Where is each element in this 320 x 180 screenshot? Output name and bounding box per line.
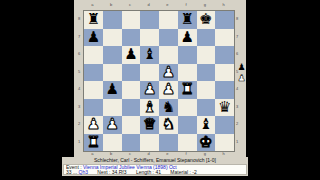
square-g4 [197,81,216,99]
square-e8 [159,11,178,29]
length-value: 41 [155,169,161,175]
square-c4 [122,81,141,99]
square-h6 [215,46,234,64]
black-bishop: ♝ [140,46,159,64]
white-pawn: ♟ [84,116,103,134]
square-d1 [140,134,159,152]
file-label-f: f [177,1,196,8]
square-b2: ♟ [103,116,122,134]
white-pawn: ♟ [140,81,159,99]
square-e4: ♟ [159,81,178,99]
square-g1: ♚ [197,134,216,152]
white-king: ♚ [197,134,216,152]
length-label: Length : [136,169,154,175]
black-pawn: ♟ [178,29,197,47]
square-c5 [122,64,141,82]
square-h4 [215,81,234,99]
video-frame: abcdefgh 87654321 ♜♜♚♟♟♟♝♟♟♟♟♜♝♞♛♟♟♛♞♝♜♚… [0,0,320,180]
square-c8 [122,11,141,29]
rank-label-6: 6 [234,45,240,63]
material-label: Material : [170,169,191,175]
white-bishop: ♝ [140,99,159,117]
move-dots: ... [73,169,77,175]
square-c6: ♟ [122,46,141,64]
square-e6 [159,46,178,64]
file-label-f: f [177,150,196,157]
square-a7: ♟ [84,29,103,47]
move-number: 33 [66,169,72,175]
white-pawn: ♟ [103,116,122,134]
black-pawn: ♟ [103,81,122,99]
square-d5 [140,64,159,82]
square-a1: ♜ [84,134,103,152]
square-b3 [103,99,122,117]
rank-label-3: 3 [234,98,240,116]
white-pawn-icon: ♟ [237,73,246,84]
rank-labels-left: 87654321 [76,10,82,150]
next-label: Next : [97,169,110,175]
square-e2: ♞ [159,116,178,134]
file-label-h: h [214,1,233,8]
black-pawn: ♟ [84,29,103,47]
file-label-e: e [158,150,177,157]
captured-material-indicator: ♟♟ [237,62,246,84]
square-f2 [178,116,197,134]
square-a8: ♜ [84,11,103,29]
square-d3: ♝ [140,99,159,117]
square-c2 [122,116,141,134]
material-value: -2 [192,169,196,175]
square-b7 [103,29,122,47]
square-f5 [178,64,197,82]
square-e3: ♞ [159,99,178,117]
square-h8 [215,11,234,29]
rank-label-1: 1 [234,133,240,151]
file-label-c: c [121,1,140,8]
next-move: 34.Rf3 [112,169,127,175]
square-g6 [197,46,216,64]
square-b6 [103,46,122,64]
square-f6 [178,46,197,64]
square-f8: ♜ [178,11,197,29]
square-h2 [215,116,234,134]
black-knight: ♞ [159,99,178,117]
file-label-d: d [139,1,158,8]
square-a2: ♟ [84,116,103,134]
last-move: Qh3 [79,169,88,175]
square-a5 [84,64,103,82]
file-label-g: g [196,1,215,8]
white-pawn: ♟ [159,81,178,99]
square-d2: ♛ [140,116,159,134]
chess-board: ♜♜♚♟♟♟♝♟♟♟♟♜♝♞♛♟♟♛♞♝♜♚ [83,10,235,152]
black-rook: ♜ [178,11,197,29]
square-e1 [159,134,178,152]
square-f7: ♟ [178,29,197,47]
square-h1 [215,134,234,152]
square-f4: ♜ [178,81,197,99]
black-rook: ♜ [84,11,103,29]
white-rook: ♜ [178,81,197,99]
square-c3 [122,99,141,117]
rank-label-6: 6 [76,45,82,63]
rank-label-2: 2 [234,115,240,133]
black-bishop: ♝ [197,116,216,134]
square-b8 [103,11,122,29]
white-rook: ♜ [84,134,103,152]
rank-label-4: 4 [76,80,82,98]
rank-label-3: 3 [76,98,82,116]
square-a3 [84,99,103,117]
white-pawn: ♟ [159,64,178,82]
game-details-box: Event : Vienna Imperial Jubilee Vienna (… [63,164,247,175]
file-label-b: b [102,1,121,8]
rank-label-8: 8 [76,10,82,28]
rank-label-2: 2 [76,115,82,133]
square-h7 [215,29,234,47]
status-line: 33 ... Qh3 Next : 34.Rf3 Length : 41 Mat… [66,170,244,175]
square-d6: ♝ [140,46,159,64]
square-g7 [197,29,216,47]
file-label-c: c [121,150,140,157]
file-label-a: a [83,150,102,157]
rank-label-5: 5 [76,63,82,81]
rank-label-8: 8 [234,10,240,28]
white-queen: ♛ [140,116,159,134]
white-knight: ♞ [159,116,178,134]
square-f3 [178,99,197,117]
square-c1 [122,134,141,152]
square-h5 [215,64,234,82]
black-pawn-icon: ♟ [237,62,246,73]
square-e7 [159,29,178,47]
black-king: ♚ [197,11,216,29]
rank-label-7: 7 [234,28,240,46]
black-queen: ♛ [215,99,234,117]
file-labels-bottom: abcdefgh [83,150,233,157]
file-label-d: d [139,150,158,157]
chess-board-window: abcdefgh 87654321 ♜♜♚♟♟♟♝♟♟♟♟♜♝♞♛♟♟♛♞♝♜♚… [74,0,246,157]
file-labels-top: abcdefgh [83,1,233,8]
square-h3: ♛ [215,99,234,117]
file-label-a: a [83,1,102,8]
square-a4 [84,81,103,99]
file-label-b: b [102,150,121,157]
square-b5 [103,64,122,82]
square-c7 [122,29,141,47]
square-g8: ♚ [197,11,216,29]
square-g2: ♝ [197,116,216,134]
square-d8 [140,11,159,29]
game-title: Schlechter, Carl - Schiffers, Emanuel St… [62,157,248,164]
rank-label-1: 1 [76,133,82,151]
black-pawn: ♟ [122,46,141,64]
rank-label-7: 7 [76,28,82,46]
file-label-e: e [158,1,177,8]
square-g3 [197,99,216,117]
square-d7 [140,29,159,47]
game-info-panel: Schlechter, Carl - Schiffers, Emanuel St… [62,157,248,176]
square-f1 [178,134,197,152]
square-b1 [103,134,122,152]
file-label-g: g [196,150,215,157]
square-b4: ♟ [103,81,122,99]
file-label-h: h [214,150,233,157]
square-d4: ♟ [140,81,159,99]
square-e5: ♟ [159,64,178,82]
square-g5 [197,64,216,82]
square-a6 [84,46,103,64]
